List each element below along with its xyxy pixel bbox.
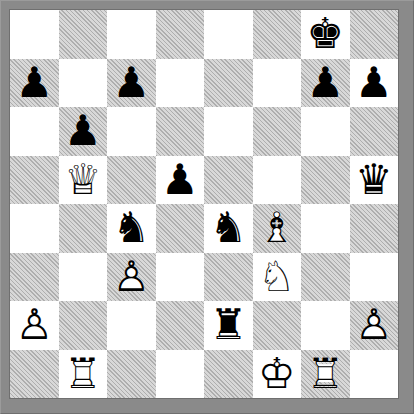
square-b8[interactable]: [59, 10, 108, 59]
piece-glyph: ♛: [355, 156, 393, 204]
black-pawn-b6[interactable]: ♟: [59, 107, 108, 156]
square-a7[interactable]: ♟: [10, 59, 59, 108]
square-e4[interactable]: ♞: [204, 204, 253, 253]
square-f7[interactable]: [253, 59, 302, 108]
square-c5[interactable]: [107, 156, 156, 205]
square-h3[interactable]: [350, 253, 399, 302]
square-b4[interactable]: [59, 204, 108, 253]
square-e2[interactable]: ♜: [204, 301, 253, 350]
square-a5[interactable]: [10, 156, 59, 205]
square-g3[interactable]: [301, 253, 350, 302]
square-g8[interactable]: ♚: [301, 10, 350, 59]
square-a1[interactable]: [10, 350, 59, 399]
square-b3[interactable]: [59, 253, 108, 302]
square-f2[interactable]: [253, 301, 302, 350]
square-f8[interactable]: [253, 10, 302, 59]
white-king-f1[interactable]: ♚♔: [253, 350, 302, 399]
black-knight-e4[interactable]: ♞: [204, 204, 253, 253]
piece-outline-glyph: ♗: [258, 204, 296, 252]
black-pawn-c7[interactable]: ♟: [107, 59, 156, 108]
piece-glyph: ♞: [209, 204, 247, 252]
square-g2[interactable]: [301, 301, 350, 350]
square-b1[interactable]: ♜♖: [59, 350, 108, 399]
square-f6[interactable]: [253, 107, 302, 156]
square-e8[interactable]: [204, 10, 253, 59]
black-knight-c4[interactable]: ♞: [107, 204, 156, 253]
square-b2[interactable]: [59, 301, 108, 350]
square-a6[interactable]: [10, 107, 59, 156]
square-g5[interactable]: [301, 156, 350, 205]
piece-outline-glyph: ♖: [306, 350, 344, 398]
square-d6[interactable]: [156, 107, 205, 156]
square-d7[interactable]: [156, 59, 205, 108]
square-f1[interactable]: ♚♔: [253, 350, 302, 399]
square-f3[interactable]: ♞♘: [253, 253, 302, 302]
square-a2[interactable]: ♟♙: [10, 301, 59, 350]
square-f4[interactable]: ♝♗: [253, 204, 302, 253]
square-g4[interactable]: [301, 204, 350, 253]
black-rook-e2[interactable]: ♜: [204, 301, 253, 350]
black-pawn-h7[interactable]: ♟: [350, 59, 399, 108]
white-rook-g1[interactable]: ♜♖: [301, 350, 350, 399]
square-h8[interactable]: [350, 10, 399, 59]
black-pawn-a7[interactable]: ♟: [10, 59, 59, 108]
piece-outline-glyph: ♖: [64, 350, 102, 398]
square-h5[interactable]: ♛: [350, 156, 399, 205]
piece-outline-glyph: ♙: [15, 301, 53, 349]
white-queen-b5[interactable]: ♛♕: [59, 156, 108, 205]
square-e7[interactable]: [204, 59, 253, 108]
white-knight-f3[interactable]: ♞♘: [253, 253, 302, 302]
square-c1[interactable]: [107, 350, 156, 399]
square-d8[interactable]: [156, 10, 205, 59]
piece-glyph: ♚: [306, 10, 344, 58]
white-rook-b1[interactable]: ♜♖: [59, 350, 108, 399]
square-c6[interactable]: [107, 107, 156, 156]
chess-board: ♚♟♟♟♟♟♛♕♟♛♞♞♝♗♟♙♞♘♟♙♜♟♙♜♖♚♔♜♖: [9, 9, 399, 399]
chess-board-frame: ♚♟♟♟♟♟♛♕♟♛♞♞♝♗♟♙♞♘♟♙♜♟♙♜♖♚♔♜♖: [0, 0, 414, 414]
piece-outline-glyph: ♙: [112, 253, 150, 301]
square-d2[interactable]: [156, 301, 205, 350]
square-a8[interactable]: [10, 10, 59, 59]
white-bishop-f4[interactable]: ♝♗: [253, 204, 302, 253]
square-c4[interactable]: ♞: [107, 204, 156, 253]
square-b7[interactable]: [59, 59, 108, 108]
square-h1[interactable]: [350, 350, 399, 399]
square-d4[interactable]: [156, 204, 205, 253]
piece-outline-glyph: ♕: [64, 156, 102, 204]
square-c8[interactable]: [107, 10, 156, 59]
black-king-g8[interactable]: ♚: [301, 10, 350, 59]
square-c7[interactable]: ♟: [107, 59, 156, 108]
piece-glyph: ♟: [64, 107, 102, 155]
square-g1[interactable]: ♜♖: [301, 350, 350, 399]
white-pawn-h2[interactable]: ♟♙: [350, 301, 399, 350]
piece-glyph: ♟: [161, 156, 199, 204]
piece-glyph: ♟: [306, 59, 344, 107]
square-h2[interactable]: ♟♙: [350, 301, 399, 350]
square-g7[interactable]: ♟: [301, 59, 350, 108]
white-pawn-a2[interactable]: ♟♙: [10, 301, 59, 350]
square-b5[interactable]: ♛♕: [59, 156, 108, 205]
square-d3[interactable]: [156, 253, 205, 302]
square-e3[interactable]: [204, 253, 253, 302]
square-b6[interactable]: ♟: [59, 107, 108, 156]
square-e5[interactable]: [204, 156, 253, 205]
piece-glyph: ♟: [15, 59, 53, 107]
piece-outline-glyph: ♘: [258, 253, 296, 301]
piece-glyph: ♜: [209, 301, 247, 349]
white-pawn-c3[interactable]: ♟♙: [107, 253, 156, 302]
square-d5[interactable]: ♟: [156, 156, 205, 205]
square-a4[interactable]: [10, 204, 59, 253]
square-c2[interactable]: [107, 301, 156, 350]
square-c3[interactable]: ♟♙: [107, 253, 156, 302]
square-h7[interactable]: ♟: [350, 59, 399, 108]
black-pawn-d5[interactable]: ♟: [156, 156, 205, 205]
square-g6[interactable]: [301, 107, 350, 156]
square-e6[interactable]: [204, 107, 253, 156]
piece-outline-glyph: ♙: [355, 301, 393, 349]
black-pawn-g7[interactable]: ♟: [301, 59, 350, 108]
square-h4[interactable]: [350, 204, 399, 253]
piece-glyph: ♟: [355, 59, 393, 107]
square-d1[interactable]: [156, 350, 205, 399]
square-f5[interactable]: [253, 156, 302, 205]
piece-glyph: ♞: [112, 204, 150, 252]
black-queen-h5[interactable]: ♛: [350, 156, 399, 205]
square-a3[interactable]: [10, 253, 59, 302]
piece-glyph: ♟: [112, 59, 150, 107]
square-e1[interactable]: [204, 350, 253, 399]
piece-outline-glyph: ♔: [258, 350, 296, 398]
square-h6[interactable]: [350, 107, 399, 156]
